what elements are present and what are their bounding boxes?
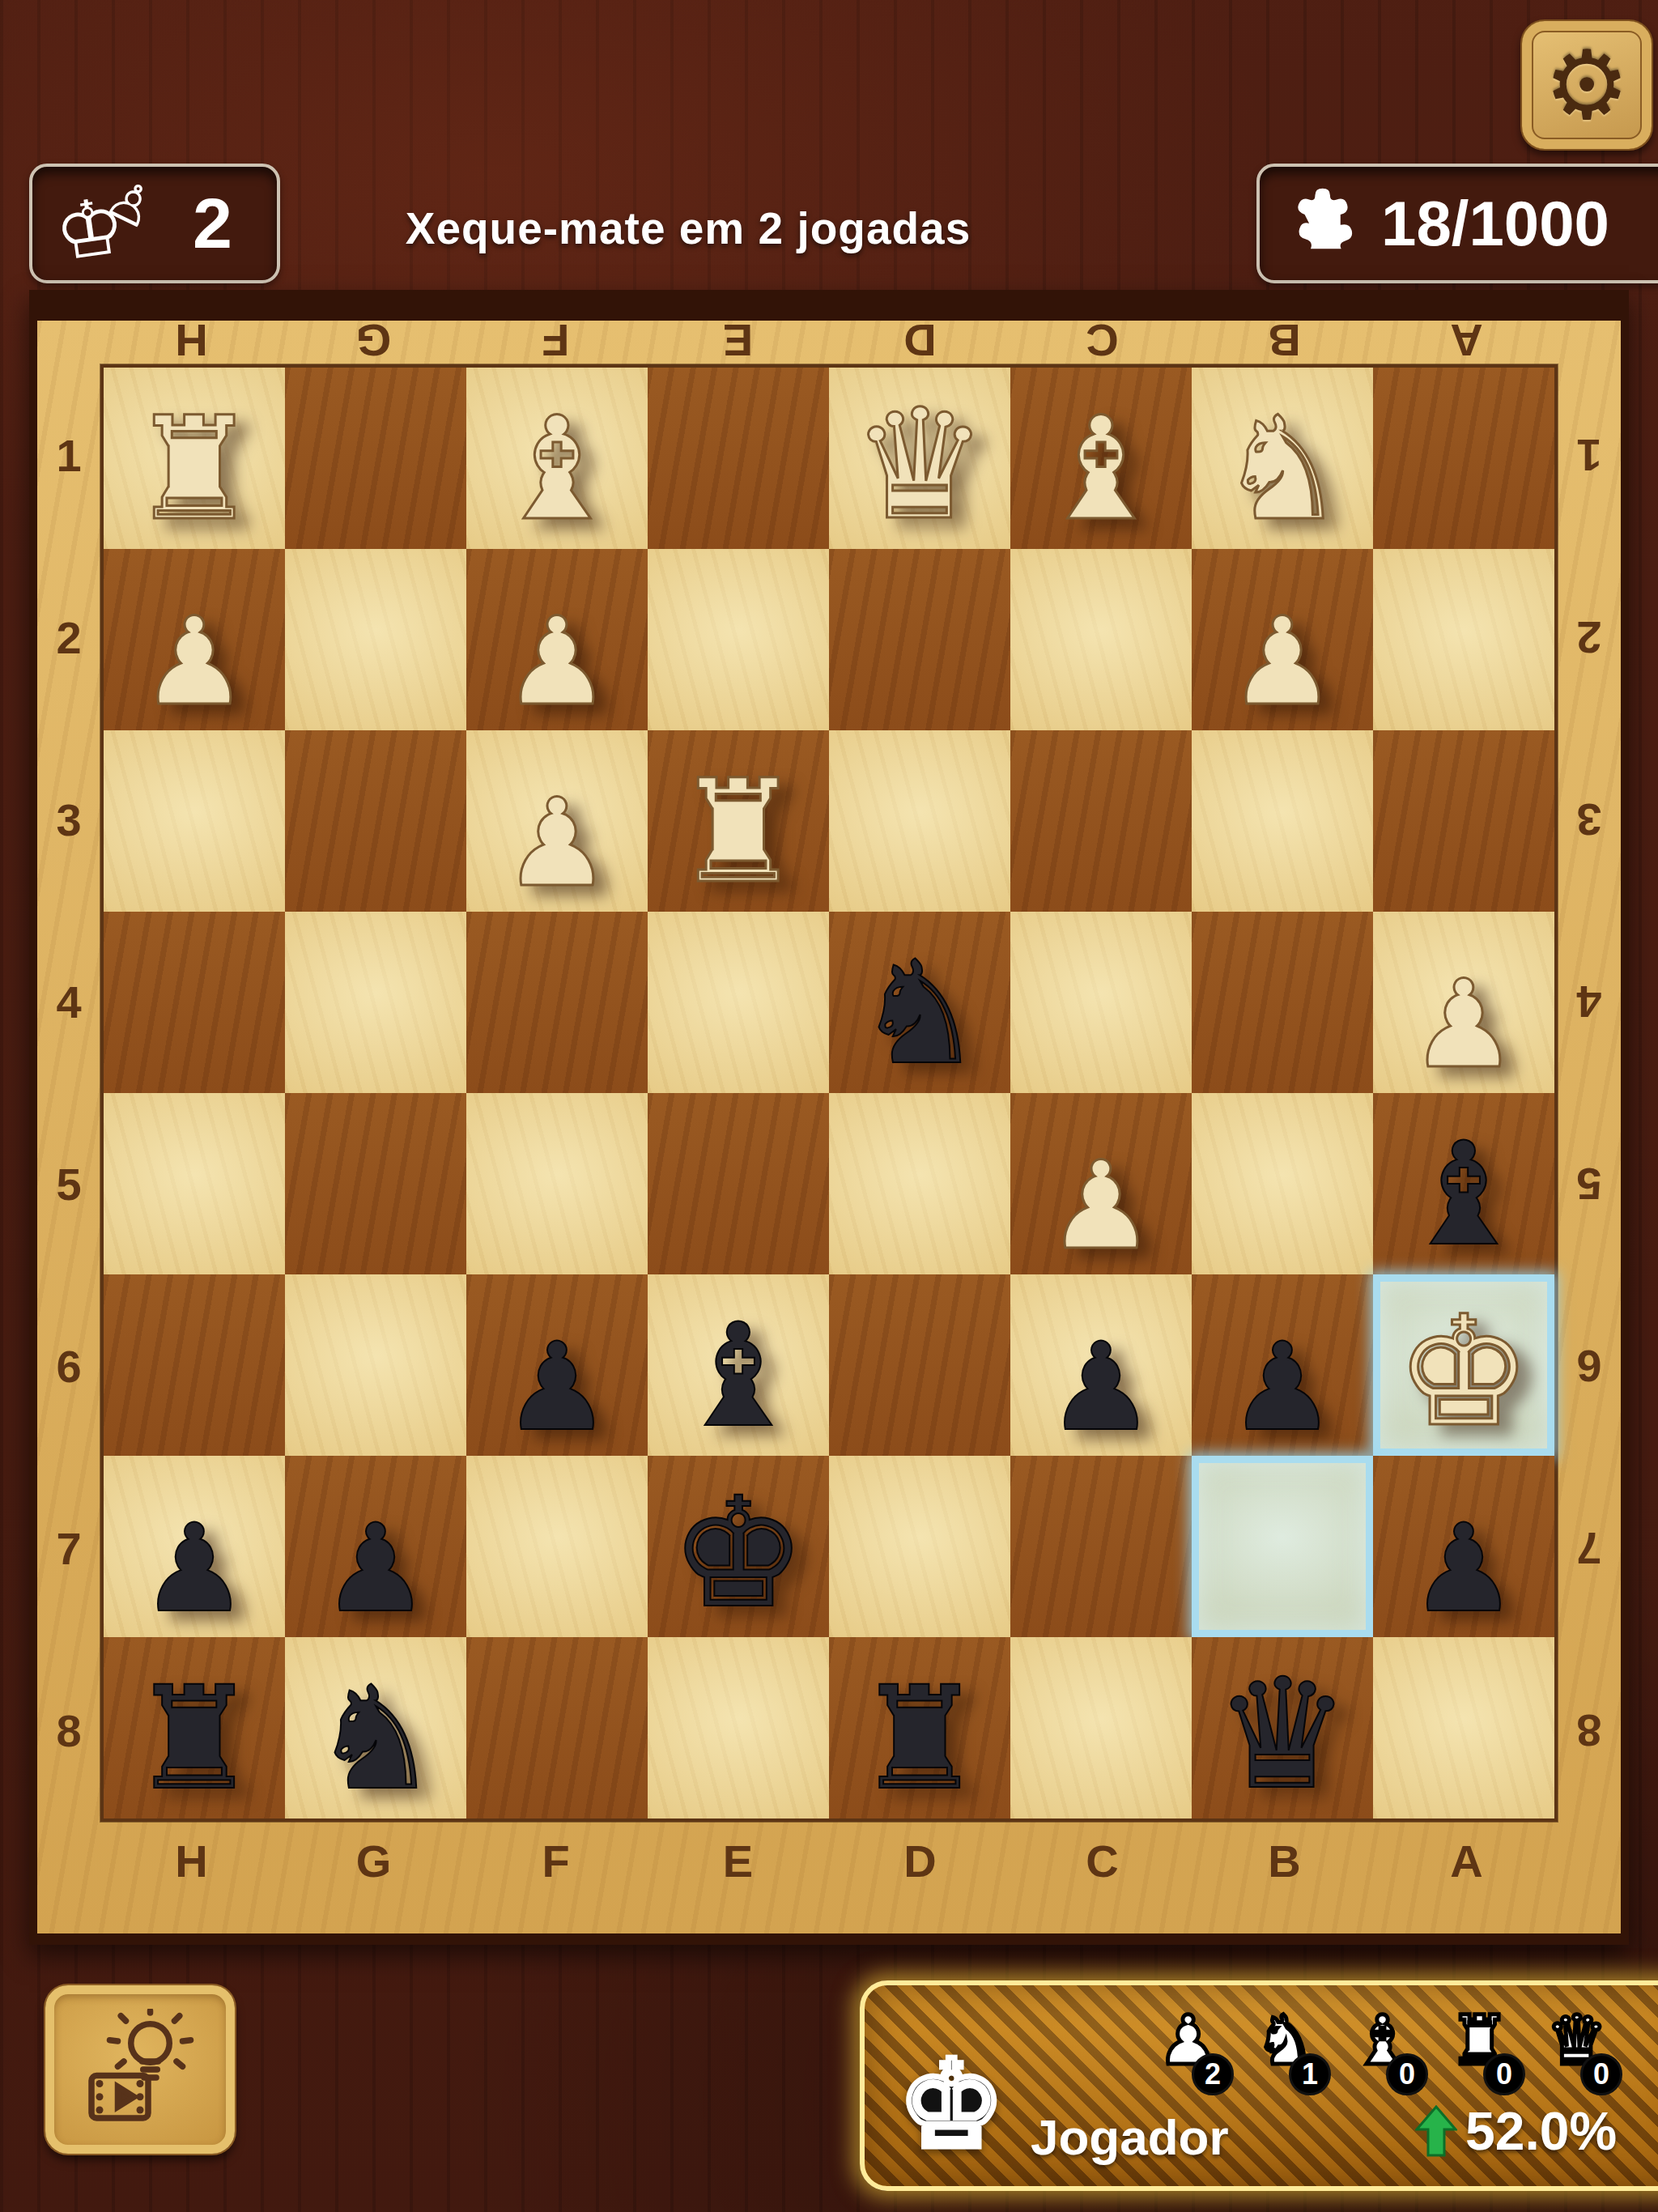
black-king-icon: ♚: [897, 2044, 1005, 2165]
square-d1[interactable]: ♛: [829, 368, 1010, 549]
rank-labels-right: 12345678: [1558, 364, 1621, 1822]
captured-knight-count: 1: [1289, 2053, 1331, 2095]
square-f2[interactable]: ♟: [466, 549, 648, 730]
square-e4[interactable]: [648, 912, 829, 1093]
square-g1[interactable]: [285, 368, 466, 549]
player-name: Jogador: [1031, 2108, 1229, 2166]
white-queen-d1[interactable]: ♛: [852, 389, 988, 541]
square-g4[interactable]: [285, 912, 466, 1093]
rank-label-right-6: 6: [1558, 1275, 1621, 1457]
white-pawn-b2[interactable]: ♟: [1228, 601, 1337, 722]
win-chance-value: 52.0%: [1465, 2100, 1617, 2162]
rank-label-right-2: 2: [1558, 547, 1621, 729]
white-pawn-a4[interactable]: ♟: [1409, 963, 1518, 1085]
rank-label-left-5: 5: [37, 1093, 100, 1275]
white-rook-e3[interactable]: ♜: [674, 761, 802, 904]
file-label-bottom-h: H: [100, 1825, 283, 1898]
file-label-top-h: H: [100, 316, 283, 364]
rank-label-right-7: 7: [1558, 1457, 1621, 1640]
board-wrapper: HGFEDCBA HGFEDCBA 12345678 12345678 ♜♝♛♝…: [29, 290, 1629, 1945]
black-pawn-f6[interactable]: ♟: [503, 1326, 611, 1448]
captured-pawn-count: 2: [1192, 2053, 1234, 2095]
rank-label-left-4: 4: [37, 911, 100, 1093]
square-e7[interactable]: ♚: [648, 1456, 829, 1637]
square-c5[interactable]: ♟: [1010, 1093, 1192, 1274]
white-pawn-h2[interactable]: ♟: [140, 601, 249, 722]
black-pawn-g7[interactable]: ♟: [321, 1508, 430, 1629]
square-f5[interactable]: [466, 1093, 648, 1274]
rank-label-left-7: 7: [37, 1457, 100, 1640]
rank-label-left-3: 3: [37, 729, 100, 911]
square-e1[interactable]: [648, 368, 829, 549]
captured-knight: ♞1: [1245, 2006, 1342, 2095]
white-bishop-f1[interactable]: ♝: [493, 398, 621, 541]
square-c8[interactable]: [1010, 1637, 1192, 1819]
puzzle-progress-badge: 18/1000: [1256, 164, 1658, 283]
puzzle-piece-icon: [1282, 186, 1357, 261]
black-bishop-a5[interactable]: ♝: [1400, 1124, 1528, 1266]
square-c4[interactable]: [1010, 912, 1192, 1093]
square-f8[interactable]: [466, 1637, 648, 1819]
square-b7[interactable]: [1192, 1456, 1373, 1637]
square-f7[interactable]: [466, 1456, 648, 1637]
square-f6[interactable]: ♟: [466, 1274, 648, 1456]
black-rook-d8[interactable]: ♜: [856, 1668, 984, 1810]
file-label-bottom-f: F: [465, 1825, 647, 1898]
square-d7[interactable]: [829, 1456, 1010, 1637]
file-label-bottom-e: E: [647, 1825, 829, 1898]
file-label-top-f: F: [465, 316, 647, 364]
captured-queen-count: 0: [1580, 2053, 1622, 2095]
square-a4[interactable]: ♟: [1373, 912, 1554, 1093]
black-knight-g8[interactable]: ♞: [312, 1668, 440, 1810]
file-label-bottom-g: G: [283, 1825, 465, 1898]
square-h7[interactable]: ♟: [104, 1456, 285, 1637]
file-label-top-c: C: [1011, 316, 1193, 364]
rank-label-right-4: 4: [1558, 911, 1621, 1093]
hint-button[interactable]: [45, 1985, 235, 2154]
white-knight-b1[interactable]: ♞: [1218, 398, 1346, 541]
square-b1[interactable]: ♞: [1192, 368, 1373, 549]
mate-in-counter-badge: ♔ ♙ 2: [29, 164, 280, 283]
captured-pawn: ♟2: [1148, 2006, 1245, 2095]
captured-bishop-count: 0: [1386, 2053, 1428, 2095]
white-king-a6[interactable]: ♚: [1396, 1295, 1533, 1448]
rank-labels-left: 12345678: [37, 364, 100, 1822]
square-c7[interactable]: [1010, 1456, 1192, 1637]
file-label-top-a: A: [1375, 316, 1558, 364]
square-h4[interactable]: [104, 912, 285, 1093]
square-e2[interactable]: [648, 549, 829, 730]
square-c6[interactable]: ♟: [1010, 1274, 1192, 1456]
square-d5[interactable]: [829, 1093, 1010, 1274]
file-label-top-g: G: [283, 316, 465, 364]
file-labels-bottom: HGFEDCBA: [100, 1825, 1558, 1898]
square-c1[interactable]: ♝: [1010, 368, 1192, 549]
file-label-bottom-a: A: [1375, 1825, 1558, 1898]
rank-label-right-3: 3: [1558, 729, 1621, 911]
square-g2[interactable]: [285, 549, 466, 730]
square-g6[interactable]: [285, 1274, 466, 1456]
square-d3[interactable]: [829, 730, 1010, 912]
square-b3[interactable]: [1192, 730, 1373, 912]
white-bishop-c1[interactable]: ♝: [1037, 398, 1165, 541]
white-pawn-c5[interactable]: ♟: [1047, 1145, 1155, 1266]
puzzle-counter-value: 18/1000: [1381, 187, 1609, 261]
square-g3[interactable]: [285, 730, 466, 912]
white-rook-h1[interactable]: ♜: [130, 398, 258, 541]
square-a5[interactable]: ♝: [1373, 1093, 1554, 1274]
captured-rook-count: 0: [1483, 2053, 1525, 2095]
square-h1[interactable]: ♜: [104, 368, 285, 549]
square-a1[interactable]: [1373, 368, 1554, 549]
captured-pieces-row: ♟2♞1♝0♜0♛0: [1148, 2006, 1634, 2095]
square-e6[interactable]: ♝: [648, 1274, 829, 1456]
white-pawn-f3[interactable]: ♟: [503, 782, 611, 904]
square-c2[interactable]: [1010, 549, 1192, 730]
square-b8[interactable]: ♛: [1192, 1637, 1373, 1819]
square-h6[interactable]: [104, 1274, 285, 1456]
square-f1[interactable]: ♝: [466, 368, 648, 549]
square-c3[interactable]: [1010, 730, 1192, 912]
puzzle-title: Xeque-mate em 2 jogadas: [340, 202, 1036, 254]
rank-label-left-2: 2: [37, 547, 100, 729]
square-a2[interactable]: [1373, 549, 1554, 730]
rank-label-right-8: 8: [1558, 1640, 1621, 1822]
chess-board[interactable]: ♜♝♛♝♞♟♟♟♟♜♞♟♟♝♟♝♟♟♚♟♟♚♟♜♞♜♛: [100, 364, 1558, 1822]
settings-button[interactable]: ⚙: [1520, 19, 1653, 151]
square-g5[interactable]: [285, 1093, 466, 1274]
square-g7[interactable]: ♟: [285, 1456, 466, 1637]
captured-bishop: ♝0: [1342, 2006, 1439, 2095]
square-g8[interactable]: ♞: [285, 1637, 466, 1819]
rank-label-left-8: 8: [37, 1640, 100, 1822]
square-a3[interactable]: [1373, 730, 1554, 912]
file-label-bottom-b: B: [1193, 1825, 1375, 1898]
file-label-bottom-d: D: [829, 1825, 1011, 1898]
black-rook-h8[interactable]: ♜: [130, 1668, 258, 1810]
square-a6[interactable]: ♚: [1373, 1274, 1554, 1456]
square-b6[interactable]: ♟: [1192, 1274, 1373, 1456]
square-e8[interactable]: [648, 1637, 829, 1819]
file-label-top-d: D: [829, 316, 1011, 364]
square-h8[interactable]: ♜: [104, 1637, 285, 1819]
lightbulb-ad-icon: [79, 2009, 201, 2130]
player-info-panel: ♚ Jogador ♟2♞1♝0♜0♛0 52.0%: [860, 1980, 1658, 2191]
square-b4[interactable]: [1192, 912, 1373, 1093]
square-h2[interactable]: ♟: [104, 549, 285, 730]
up-arrow-icon: [1415, 2105, 1457, 2157]
square-e3[interactable]: ♜: [648, 730, 829, 912]
captured-rook: ♜0: [1439, 2006, 1537, 2095]
mate-counter-value: 2: [193, 182, 232, 265]
board-frame: HGFEDCBA HGFEDCBA 12345678 12345678 ♜♝♛♝…: [37, 321, 1621, 1933]
square-h3[interactable]: [104, 730, 285, 912]
rank-label-right-5: 5: [1558, 1093, 1621, 1275]
square-b5[interactable]: [1192, 1093, 1373, 1274]
black-queen-b8[interactable]: ♛: [1214, 1658, 1351, 1810]
file-labels-top: HGFEDCBA: [100, 316, 1558, 364]
win-chance: 52.0%: [1415, 2100, 1617, 2162]
white-pawn-f2[interactable]: ♟: [503, 601, 611, 722]
black-pawn-a7[interactable]: ♟: [1409, 1508, 1518, 1629]
black-bishop-e6[interactable]: ♝: [674, 1305, 802, 1448]
square-f3[interactable]: ♟: [466, 730, 648, 912]
black-king-e7[interactable]: ♚: [670, 1477, 807, 1629]
rank-label-left-1: 1: [37, 364, 100, 547]
black-pawn-h7[interactable]: ♟: [140, 1508, 249, 1629]
file-label-top-b: B: [1193, 316, 1375, 364]
rank-label-left-6: 6: [37, 1275, 100, 1457]
rank-label-right-1: 1: [1558, 364, 1621, 547]
file-label-bottom-c: C: [1011, 1825, 1193, 1898]
gear-icon: ⚙: [1544, 37, 1630, 133]
square-f4[interactable]: [466, 912, 648, 1093]
square-e5[interactable]: [648, 1093, 829, 1274]
black-pawn-c6[interactable]: ♟: [1047, 1326, 1155, 1448]
square-b2[interactable]: ♟: [1192, 549, 1373, 730]
black-knight-d4[interactable]: ♞: [856, 942, 984, 1085]
square-d4[interactable]: ♞: [829, 912, 1010, 1093]
file-label-top-e: E: [647, 316, 829, 364]
square-a7[interactable]: ♟: [1373, 1456, 1554, 1637]
square-d6[interactable]: [829, 1274, 1010, 1456]
square-h5[interactable]: [104, 1093, 285, 1274]
checkmate-icon: ♔ ♙: [32, 171, 154, 276]
square-d2[interactable]: [829, 549, 1010, 730]
captured-queen: ♛0: [1537, 2006, 1634, 2095]
square-a8[interactable]: [1373, 1637, 1554, 1819]
black-pawn-b6[interactable]: ♟: [1228, 1326, 1337, 1448]
square-d8[interactable]: ♜: [829, 1637, 1010, 1819]
